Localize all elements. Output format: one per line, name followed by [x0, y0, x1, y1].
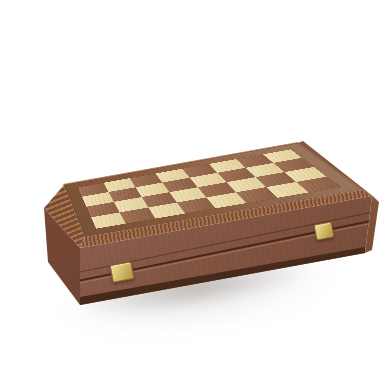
brass-clasp-right: [314, 221, 335, 240]
product-photo: [0, 0, 390, 390]
